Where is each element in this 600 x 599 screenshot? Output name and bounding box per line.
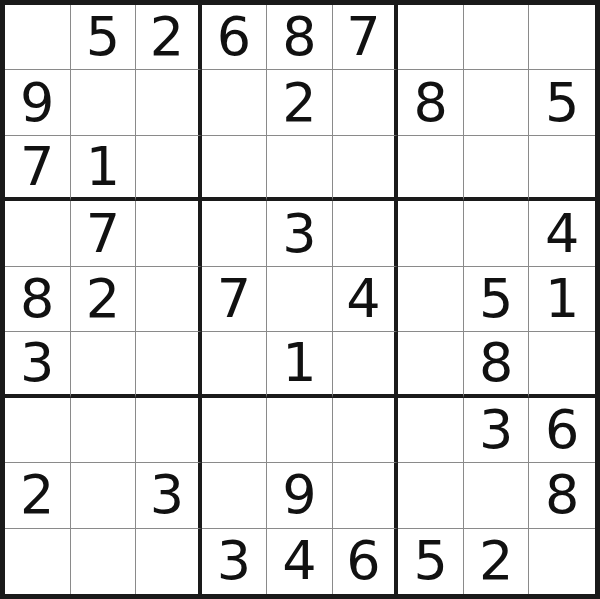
cell-r2c5: 2 (267, 70, 333, 135)
cell-r9c7: 5 (398, 529, 464, 594)
cell-r6c8: 8 (464, 332, 530, 397)
cell-r8c1: 2 (5, 463, 71, 528)
cell-r5c4: 7 (202, 267, 268, 332)
cell-r4c7[interactable] (398, 201, 464, 266)
cell-r6c5: 1 (267, 332, 333, 397)
cell-r7c6[interactable] (333, 398, 399, 463)
cell-r8c3: 3 (136, 463, 202, 528)
cell-r8c5: 9 (267, 463, 333, 528)
cell-r8c4[interactable] (202, 463, 268, 528)
cell-r3c6[interactable] (333, 136, 399, 201)
cell-r9c9[interactable] (529, 529, 595, 594)
cell-r3c2: 1 (71, 136, 137, 201)
cell-r6c6[interactable] (333, 332, 399, 397)
cell-r3c8[interactable] (464, 136, 530, 201)
cell-r2c6[interactable] (333, 70, 399, 135)
cell-r9c6: 6 (333, 529, 399, 594)
cell-r4c4[interactable] (202, 201, 268, 266)
cell-r7c7[interactable] (398, 398, 464, 463)
cell-r8c9: 8 (529, 463, 595, 528)
cell-r5c2: 2 (71, 267, 137, 332)
cell-r1c9[interactable] (529, 5, 595, 70)
cell-r5c5[interactable] (267, 267, 333, 332)
cell-r7c8: 3 (464, 398, 530, 463)
cell-r1c2: 5 (71, 5, 137, 70)
cell-r9c2[interactable] (71, 529, 137, 594)
cell-r6c1: 3 (5, 332, 71, 397)
cell-r2c9: 5 (529, 70, 595, 135)
cell-r2c7: 8 (398, 70, 464, 135)
cell-r6c2[interactable] (71, 332, 137, 397)
cell-r1c3: 2 (136, 5, 202, 70)
cell-r9c5: 4 (267, 529, 333, 594)
cell-r4c2: 7 (71, 201, 137, 266)
cell-r5c1: 8 (5, 267, 71, 332)
cell-r9c3[interactable] (136, 529, 202, 594)
cell-r7c5[interactable] (267, 398, 333, 463)
cell-r1c4: 6 (202, 5, 268, 70)
cell-r1c1[interactable] (5, 5, 71, 70)
cell-r5c6: 4 (333, 267, 399, 332)
cell-r2c1: 9 (5, 70, 71, 135)
cell-r8c7[interactable] (398, 463, 464, 528)
cell-r5c9: 1 (529, 267, 595, 332)
cell-r9c8: 2 (464, 529, 530, 594)
cell-r2c4[interactable] (202, 70, 268, 135)
cell-r7c4[interactable] (202, 398, 268, 463)
cell-r2c2[interactable] (71, 70, 137, 135)
cell-r2c8[interactable] (464, 70, 530, 135)
cell-r3c9[interactable] (529, 136, 595, 201)
cell-r3c4[interactable] (202, 136, 268, 201)
cell-r4c8[interactable] (464, 201, 530, 266)
cell-r9c1[interactable] (5, 529, 71, 594)
cell-r5c8: 5 (464, 267, 530, 332)
cell-r3c5[interactable] (267, 136, 333, 201)
cell-r7c9: 6 (529, 398, 595, 463)
cell-r3c7[interactable] (398, 136, 464, 201)
cell-r7c1[interactable] (5, 398, 71, 463)
cell-r4c3[interactable] (136, 201, 202, 266)
cell-r1c7[interactable] (398, 5, 464, 70)
cell-r6c9[interactable] (529, 332, 595, 397)
cell-r6c3[interactable] (136, 332, 202, 397)
cell-r7c3[interactable] (136, 398, 202, 463)
cell-r4c1[interactable] (5, 201, 71, 266)
cell-r8c6[interactable] (333, 463, 399, 528)
cell-r5c7[interactable] (398, 267, 464, 332)
cell-r3c3[interactable] (136, 136, 202, 201)
cell-r8c8[interactable] (464, 463, 530, 528)
cell-r3c1: 7 (5, 136, 71, 201)
cell-r4c5: 3 (267, 201, 333, 266)
cell-r6c7[interactable] (398, 332, 464, 397)
sudoku-board: 5268792857173482745131836239834652 (0, 0, 600, 599)
cell-r8c2[interactable] (71, 463, 137, 528)
cell-r1c8[interactable] (464, 5, 530, 70)
cell-r4c6[interactable] (333, 201, 399, 266)
cell-r7c2[interactable] (71, 398, 137, 463)
cell-r4c9: 4 (529, 201, 595, 266)
cell-r6c4[interactable] (202, 332, 268, 397)
cell-r1c6: 7 (333, 5, 399, 70)
cell-r2c3[interactable] (136, 70, 202, 135)
cell-r9c4: 3 (202, 529, 268, 594)
cell-r1c5: 8 (267, 5, 333, 70)
cell-r5c3[interactable] (136, 267, 202, 332)
